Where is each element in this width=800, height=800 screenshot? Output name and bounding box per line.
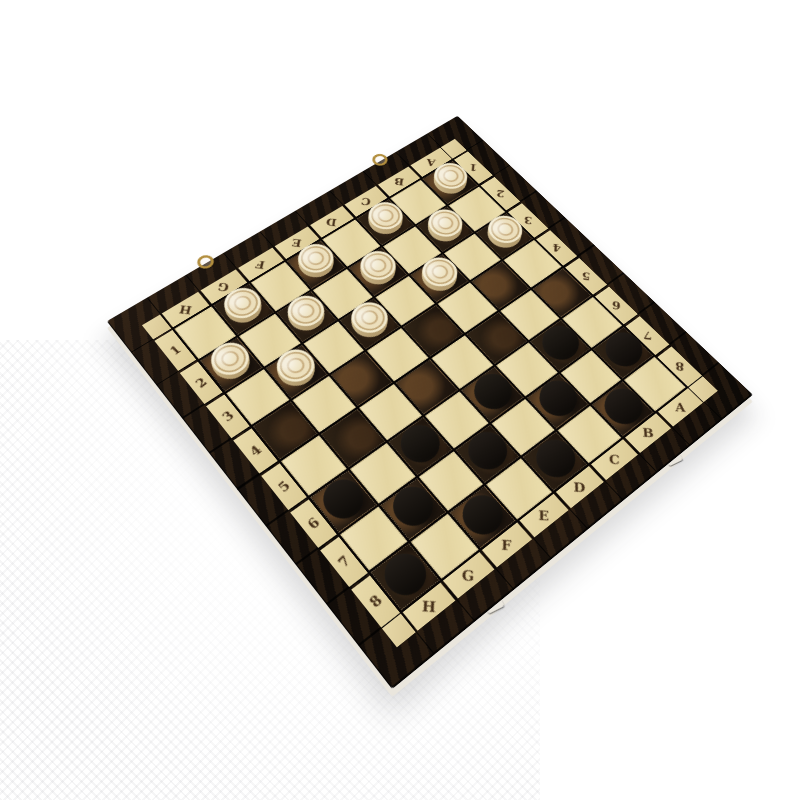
photo-stage: HGFEDCBA HGFEDCBA 12345678 12345678: [0, 0, 800, 800]
file-label: F: [255, 258, 266, 271]
file-label: D: [326, 216, 338, 228]
file-label: A: [426, 157, 436, 168]
file-label: F: [502, 537, 512, 553]
file-label: B: [393, 176, 404, 188]
file-label: E: [291, 237, 303, 249]
rank-label: 8: [675, 359, 684, 373]
rank-label: 7: [643, 328, 652, 341]
rank-label: 5: [275, 477, 293, 494]
rank-label: 6: [612, 298, 621, 311]
rank-label: 1: [468, 162, 477, 173]
file-label: G: [217, 280, 231, 293]
rank-label: 4: [246, 442, 264, 459]
rank-label: 5: [581, 270, 590, 283]
rank-label: 6: [304, 514, 323, 532]
rank-label: 3: [523, 214, 532, 226]
rank-label: 4: [552, 241, 561, 253]
rank-label: 8: [366, 591, 385, 610]
board-wrapper: HGFEDCBA HGFEDCBA 12345678 12345678: [175, 103, 684, 612]
file-label: C: [360, 196, 371, 208]
rank-label: 2: [495, 187, 504, 199]
